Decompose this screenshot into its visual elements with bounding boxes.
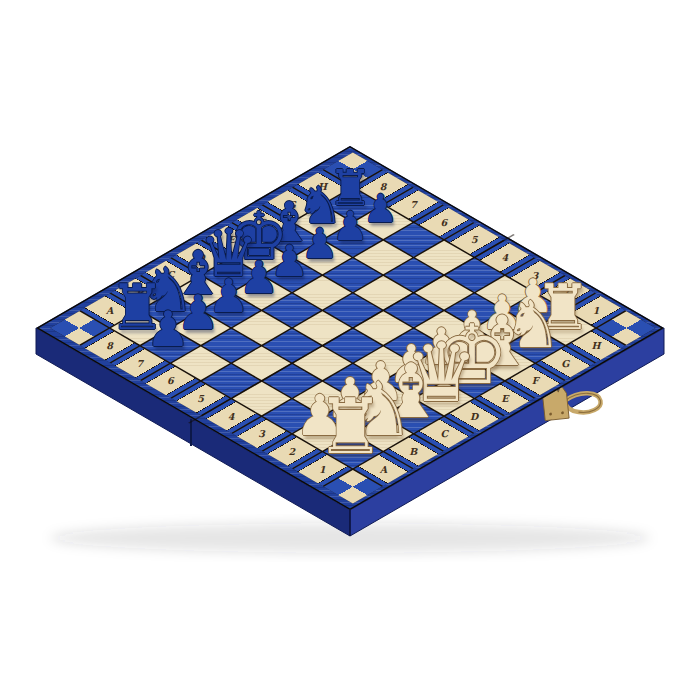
coord-label: H (318, 181, 327, 192)
coord-label: 1 (319, 464, 326, 475)
coord-label: 2 (289, 446, 296, 457)
coord-label: 8 (380, 181, 387, 192)
coord-label: B (136, 287, 144, 298)
coord-label: A (106, 305, 113, 316)
coord-label: F (532, 375, 539, 386)
coord-label: E (228, 234, 235, 245)
coord-label: C (440, 428, 448, 439)
chess-set-photo: ABCDEFGH8877665544332211ABCDEFGH ♜♞♝♛♚♝♞… (0, 0, 700, 700)
coord-label: 4 (502, 252, 509, 263)
coord-label: 6 (167, 375, 174, 386)
coord-label: H (592, 340, 601, 351)
coord-label: 8 (106, 340, 113, 351)
coord-label: C (167, 270, 175, 281)
coord-label: 6 (441, 217, 448, 228)
coord-label: F (258, 217, 265, 228)
coord-label: D (470, 411, 478, 422)
coord-label: 2 (562, 287, 569, 298)
coord-label: G (562, 358, 570, 369)
coord-label: 7 (137, 358, 144, 369)
coord-label: 4 (228, 411, 235, 422)
coord-label: 5 (471, 234, 478, 245)
coord-label: D (197, 252, 205, 263)
coord-label: B (410, 446, 418, 457)
coord-label: 7 (410, 199, 417, 210)
coord-label: 1 (593, 305, 600, 316)
coord-label: E (501, 393, 508, 404)
coord-label: 3 (258, 428, 265, 439)
coord-label: G (288, 199, 296, 210)
coord-label: 3 (532, 270, 539, 281)
coord-label: A (380, 464, 387, 475)
coord-label: 5 (197, 393, 204, 404)
